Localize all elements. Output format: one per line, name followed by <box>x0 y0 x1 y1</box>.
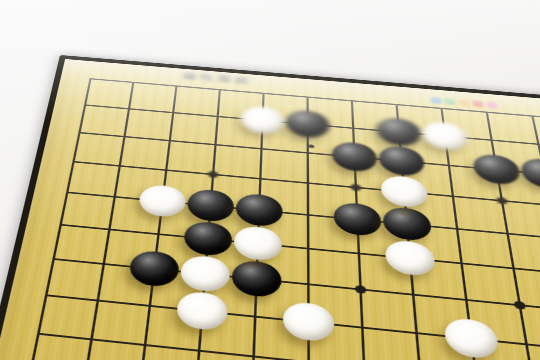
brand-badge-chip <box>472 100 484 107</box>
photo-scene: 磁性围棋 <box>0 0 540 360</box>
brand-badge-chip <box>486 101 498 108</box>
go-board[interactable]: 磁性围棋 <box>0 55 540 360</box>
brand-badge-chip <box>431 97 442 104</box>
brand-badge-chip <box>444 98 456 105</box>
dust-speck <box>308 144 315 148</box>
brand-badge-chip <box>458 99 470 106</box>
